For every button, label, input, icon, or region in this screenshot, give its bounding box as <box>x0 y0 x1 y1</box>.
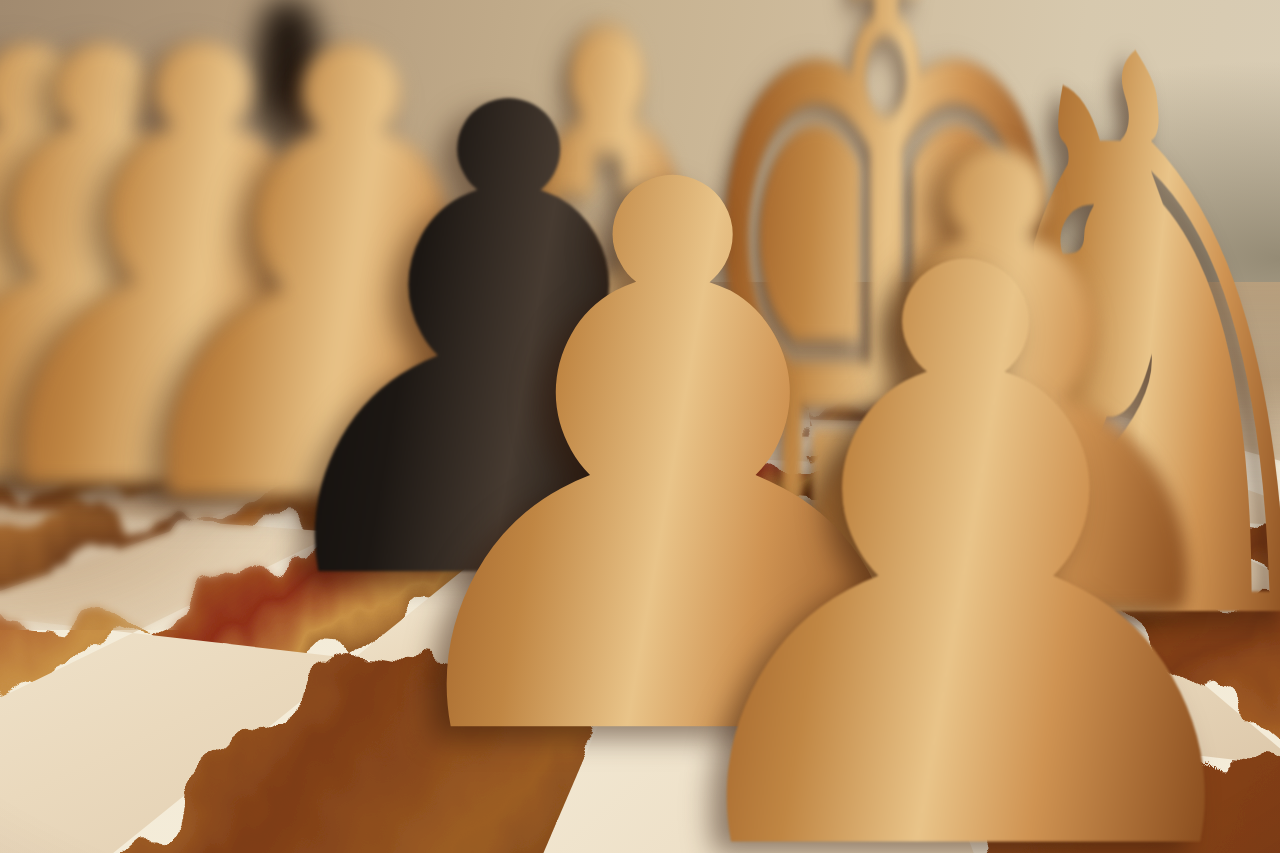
chess-piece-glyph: ♟ <box>608 166 1280 853</box>
white-pawn-f1: ♟ <box>608 166 1280 853</box>
pieces-layer: ♟♟♟♟♝♚♞♟♟♟♟ <box>0 0 1280 853</box>
chessboard-photo: ♟♟♟♟♝♚♞♟♟♟♟ <box>0 0 1280 853</box>
